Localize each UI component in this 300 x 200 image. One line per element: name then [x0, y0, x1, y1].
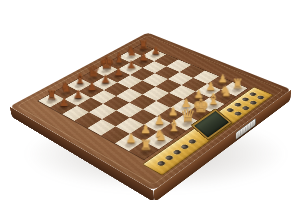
white-bishop[interactable]: ♝: [167, 118, 181, 134]
white-pawn[interactable]: ♟: [140, 123, 151, 135]
white-pawn[interactable]: ♟: [154, 114, 165, 126]
white-rook[interactable]: ♜: [139, 139, 152, 153]
white-pawn[interactable]: ♟: [125, 132, 136, 144]
white-knight[interactable]: ♞: [154, 128, 168, 143]
white-knight[interactable]: ♞: [219, 85, 231, 99]
black-pawn[interactable]: ♟: [59, 97, 69, 108]
photo-background: Wooden electronic chess computer photogr…: [0, 0, 300, 200]
